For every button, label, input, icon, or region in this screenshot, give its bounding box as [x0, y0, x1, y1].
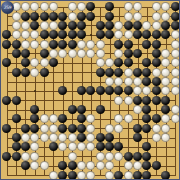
white-stone[interactable] — [86, 171, 95, 180]
black-stone[interactable] — [105, 30, 114, 39]
white-stone[interactable] — [77, 171, 86, 180]
black-stone[interactable] — [30, 114, 39, 123]
black-stone[interactable] — [40, 12, 49, 21]
black-stone[interactable] — [77, 124, 86, 133]
black-stone[interactable] — [2, 152, 11, 161]
white-stone[interactable] — [133, 77, 142, 86]
black-stone[interactable] — [77, 86, 86, 95]
black-stone[interactable] — [68, 30, 77, 39]
black-stone[interactable] — [152, 86, 161, 95]
white-stone[interactable] — [77, 40, 86, 49]
white-stone[interactable] — [142, 21, 151, 30]
white-stone[interactable] — [161, 77, 170, 86]
white-stone[interactable] — [40, 21, 49, 30]
white-stone[interactable] — [161, 86, 170, 95]
white-stone[interactable] — [124, 12, 133, 21]
black-stone[interactable] — [12, 152, 21, 161]
white-stone[interactable] — [133, 2, 142, 11]
white-stone[interactable] — [96, 58, 105, 67]
white-stone[interactable] — [21, 2, 30, 11]
white-stone[interactable] — [21, 152, 30, 161]
white-stone[interactable] — [86, 124, 95, 133]
white-stone[interactable] — [30, 142, 39, 151]
white-stone[interactable] — [86, 49, 95, 58]
black-stone[interactable] — [161, 21, 170, 30]
white-stone[interactable] — [30, 68, 39, 77]
white-stone[interactable] — [40, 2, 49, 11]
black-stone[interactable] — [96, 133, 105, 142]
black-stone[interactable] — [152, 114, 161, 123]
black-stone[interactable] — [142, 114, 151, 123]
black-stone[interactable] — [58, 30, 67, 39]
white-stone[interactable] — [152, 21, 161, 30]
go-app-window: 259 — [0, 0, 180, 180]
white-stone[interactable] — [114, 77, 123, 86]
white-stone[interactable] — [114, 21, 123, 30]
black-stone[interactable] — [77, 105, 86, 114]
white-stone[interactable] — [161, 114, 170, 123]
black-stone[interactable] — [114, 86, 123, 95]
white-stone[interactable] — [114, 30, 123, 39]
white-stone[interactable] — [30, 133, 39, 142]
white-stone[interactable] — [96, 40, 105, 49]
white-stone[interactable] — [124, 77, 133, 86]
white-stone[interactable] — [171, 86, 180, 95]
black-stone[interactable] — [49, 12, 58, 21]
black-stone[interactable] — [96, 68, 105, 77]
black-stone[interactable] — [40, 30, 49, 39]
black-stone[interactable] — [49, 30, 58, 39]
black-stone[interactable] — [142, 68, 151, 77]
black-stone[interactable] — [96, 21, 105, 30]
black-stone[interactable] — [58, 114, 67, 123]
black-stone[interactable] — [105, 133, 114, 142]
black-stone[interactable] — [142, 124, 151, 133]
black-stone[interactable] — [171, 21, 180, 30]
white-stone[interactable] — [152, 133, 161, 142]
white-stone[interactable] — [152, 2, 161, 11]
white-stone[interactable] — [152, 68, 161, 77]
black-stone[interactable] — [114, 142, 123, 151]
white-stone[interactable] — [86, 142, 95, 151]
black-stone[interactable] — [152, 161, 161, 170]
black-stone[interactable] — [142, 58, 151, 67]
white-stone[interactable] — [86, 40, 95, 49]
black-stone[interactable] — [12, 49, 21, 58]
black-stone[interactable] — [124, 152, 133, 161]
black-stone[interactable] — [124, 49, 133, 58]
white-stone[interactable] — [171, 40, 180, 49]
black-stone[interactable] — [2, 58, 11, 67]
move-number-badge: 259 — [1, 1, 14, 14]
white-stone[interactable] — [21, 133, 30, 142]
black-stone[interactable] — [2, 40, 11, 49]
black-stone[interactable] — [133, 30, 142, 39]
black-stone[interactable] — [86, 2, 95, 11]
black-stone[interactable] — [142, 77, 151, 86]
black-stone[interactable] — [58, 161, 67, 170]
black-stone[interactable] — [142, 96, 151, 105]
white-stone[interactable] — [133, 161, 142, 170]
black-stone[interactable] — [133, 124, 142, 133]
black-stone[interactable] — [68, 40, 77, 49]
white-stone[interactable] — [124, 96, 133, 105]
black-stone[interactable] — [142, 161, 151, 170]
black-stone[interactable] — [152, 96, 161, 105]
white-stone[interactable] — [171, 30, 180, 39]
black-stone[interactable] — [30, 21, 39, 30]
white-stone[interactable] — [96, 49, 105, 58]
white-stone[interactable] — [68, 142, 77, 151]
black-stone[interactable] — [96, 86, 105, 95]
black-stone[interactable] — [114, 40, 123, 49]
black-stone[interactable] — [30, 12, 39, 21]
white-stone[interactable] — [124, 30, 133, 39]
black-stone[interactable] — [68, 124, 77, 133]
black-stone[interactable] — [21, 124, 30, 133]
black-stone[interactable] — [142, 171, 151, 180]
white-stone[interactable] — [96, 161, 105, 170]
white-stone[interactable] — [105, 58, 114, 67]
white-stone[interactable] — [58, 142, 67, 151]
white-stone[interactable] — [105, 124, 114, 133]
white-stone[interactable] — [40, 161, 49, 170]
black-stone[interactable] — [96, 105, 105, 114]
black-stone[interactable] — [77, 21, 86, 30]
white-stone[interactable] — [49, 21, 58, 30]
white-stone[interactable] — [58, 133, 67, 142]
black-stone[interactable] — [161, 105, 170, 114]
white-stone[interactable] — [96, 152, 105, 161]
white-stone[interactable] — [49, 114, 58, 123]
black-stone[interactable] — [142, 30, 151, 39]
white-stone[interactable] — [49, 49, 58, 58]
black-stone[interactable] — [124, 58, 133, 67]
white-stone[interactable] — [161, 12, 170, 21]
go-board[interactable] — [1, 1, 179, 179]
black-stone[interactable] — [142, 40, 151, 49]
white-stone[interactable] — [142, 86, 151, 95]
black-stone[interactable] — [152, 77, 161, 86]
white-stone[interactable] — [86, 114, 95, 123]
white-stone[interactable] — [171, 77, 180, 86]
white-stone[interactable] — [105, 161, 114, 170]
black-stone[interactable] — [133, 21, 142, 30]
white-stone[interactable] — [152, 12, 161, 21]
white-stone[interactable] — [161, 58, 170, 67]
white-stone[interactable] — [12, 12, 21, 21]
white-stone[interactable] — [114, 124, 123, 133]
black-stone[interactable] — [152, 40, 161, 49]
black-stone[interactable] — [152, 49, 161, 58]
black-stone[interactable] — [21, 142, 30, 151]
black-stone[interactable] — [171, 12, 180, 21]
white-stone[interactable] — [77, 2, 86, 11]
white-stone[interactable] — [114, 49, 123, 58]
black-stone[interactable] — [12, 142, 21, 151]
white-stone[interactable] — [124, 114, 133, 123]
black-stone[interactable] — [12, 133, 21, 142]
white-stone[interactable] — [30, 152, 39, 161]
white-stone[interactable] — [161, 124, 170, 133]
black-stone[interactable] — [105, 142, 114, 151]
white-stone[interactable] — [161, 2, 170, 11]
black-stone[interactable] — [133, 68, 142, 77]
white-stone[interactable] — [105, 152, 114, 161]
black-stone[interactable] — [58, 124, 67, 133]
black-stone[interactable] — [77, 133, 86, 142]
white-stone[interactable] — [49, 2, 58, 11]
black-stone[interactable] — [114, 171, 123, 180]
black-stone[interactable] — [124, 86, 133, 95]
black-stone[interactable] — [114, 68, 123, 77]
black-stone[interactable] — [96, 30, 105, 39]
white-stone[interactable] — [21, 40, 30, 49]
black-stone[interactable] — [133, 96, 142, 105]
black-stone[interactable] — [30, 124, 39, 133]
black-stone[interactable] — [58, 86, 67, 95]
black-stone[interactable] — [40, 68, 49, 77]
white-stone[interactable] — [114, 114, 123, 123]
white-stone[interactable] — [68, 49, 77, 58]
white-stone[interactable] — [30, 30, 39, 39]
white-stone[interactable] — [161, 68, 170, 77]
black-stone[interactable] — [49, 40, 58, 49]
white-stone[interactable] — [40, 124, 49, 133]
white-stone[interactable] — [77, 142, 86, 151]
black-stone[interactable] — [68, 21, 77, 30]
white-stone[interactable] — [68, 133, 77, 142]
black-stone[interactable] — [2, 96, 11, 105]
white-stone[interactable] — [77, 49, 86, 58]
black-stone[interactable] — [68, 105, 77, 114]
white-stone[interactable] — [124, 161, 133, 170]
white-stone[interactable] — [133, 105, 142, 114]
white-stone[interactable] — [171, 114, 180, 123]
black-stone[interactable] — [161, 96, 170, 105]
black-stone[interactable] — [77, 12, 86, 21]
black-stone[interactable] — [21, 49, 30, 58]
white-stone[interactable] — [21, 30, 30, 39]
white-stone[interactable] — [30, 40, 39, 49]
white-stone[interactable] — [124, 68, 133, 77]
black-stone[interactable] — [58, 40, 67, 49]
black-stone[interactable] — [12, 68, 21, 77]
white-stone[interactable] — [12, 30, 21, 39]
black-stone[interactable] — [49, 58, 58, 67]
black-stone[interactable] — [40, 49, 49, 58]
black-stone[interactable] — [133, 152, 142, 161]
white-stone[interactable] — [68, 12, 77, 21]
black-stone[interactable] — [133, 133, 142, 142]
white-stone[interactable] — [30, 58, 39, 67]
black-stone[interactable] — [21, 58, 30, 67]
black-stone[interactable] — [105, 86, 114, 95]
white-stone[interactable] — [49, 171, 58, 180]
white-stone[interactable] — [58, 49, 67, 58]
black-stone[interactable] — [105, 68, 114, 77]
white-stone[interactable] — [86, 161, 95, 170]
black-stone[interactable] — [68, 161, 77, 170]
black-stone[interactable] — [2, 30, 11, 39]
black-stone[interactable] — [12, 96, 21, 105]
black-stone[interactable] — [105, 21, 114, 30]
white-stone[interactable] — [49, 133, 58, 142]
white-stone[interactable] — [21, 21, 30, 30]
black-stone[interactable] — [142, 105, 151, 114]
black-stone[interactable] — [58, 171, 67, 180]
black-stone[interactable] — [152, 58, 161, 67]
black-stone[interactable] — [96, 142, 105, 151]
white-stone[interactable] — [68, 2, 77, 11]
white-stone[interactable] — [40, 40, 49, 49]
white-stone[interactable] — [12, 21, 21, 30]
black-stone[interactable] — [21, 161, 30, 170]
black-stone[interactable] — [161, 171, 170, 180]
black-stone[interactable] — [124, 40, 133, 49]
white-stone[interactable] — [161, 49, 170, 58]
white-stone[interactable] — [40, 114, 49, 123]
black-stone[interactable] — [105, 2, 114, 11]
white-stone[interactable] — [171, 58, 180, 67]
black-stone[interactable] — [21, 12, 30, 21]
black-stone[interactable] — [86, 12, 95, 21]
white-stone[interactable] — [40, 58, 49, 67]
white-stone[interactable] — [171, 49, 180, 58]
white-stone[interactable] — [86, 133, 95, 142]
white-stone[interactable] — [152, 124, 161, 133]
black-stone[interactable] — [77, 30, 86, 39]
white-stone[interactable] — [114, 96, 123, 105]
white-stone[interactable] — [124, 171, 133, 180]
white-stone[interactable] — [114, 152, 123, 161]
black-stone[interactable] — [133, 171, 142, 180]
black-stone[interactable] — [2, 124, 11, 133]
black-stone[interactable] — [124, 21, 133, 30]
black-stone[interactable] — [68, 171, 77, 180]
black-stone[interactable] — [161, 30, 170, 39]
black-stone[interactable] — [77, 114, 86, 123]
black-stone[interactable] — [12, 114, 21, 123]
black-stone[interactable] — [152, 30, 161, 39]
white-stone[interactable] — [49, 124, 58, 133]
black-stone[interactable] — [21, 68, 30, 77]
black-stone[interactable] — [12, 40, 21, 49]
black-stone[interactable] — [49, 142, 58, 151]
white-stone[interactable] — [133, 86, 142, 95]
black-stone[interactable] — [133, 49, 142, 58]
black-stone[interactable] — [114, 58, 123, 67]
white-stone[interactable] — [30, 161, 39, 170]
black-stone[interactable] — [58, 12, 67, 21]
white-stone[interactable] — [68, 152, 77, 161]
white-stone[interactable] — [105, 77, 114, 86]
white-stone[interactable] — [171, 105, 180, 114]
white-stone[interactable] — [124, 2, 133, 11]
white-stone[interactable] — [171, 68, 180, 77]
white-stone[interactable] — [133, 12, 142, 21]
white-stone[interactable] — [105, 171, 114, 180]
white-stone[interactable] — [40, 133, 49, 142]
white-stone[interactable] — [30, 2, 39, 11]
black-stone[interactable] — [58, 21, 67, 30]
black-stone[interactable] — [30, 105, 39, 114]
black-stone[interactable] — [171, 2, 180, 11]
black-stone[interactable] — [142, 152, 151, 161]
black-stone[interactable] — [142, 142, 151, 151]
white-stone[interactable] — [161, 133, 170, 142]
black-stone[interactable] — [86, 86, 95, 95]
white-stone[interactable] — [77, 161, 86, 170]
black-stone[interactable] — [105, 12, 114, 21]
